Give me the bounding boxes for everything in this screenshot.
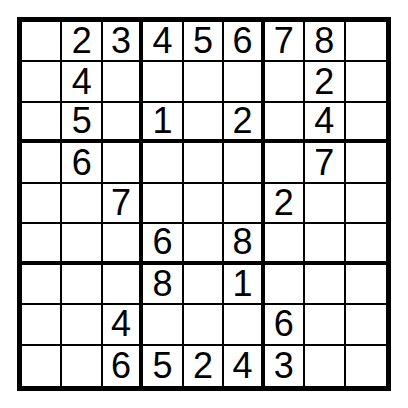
cell-r6c4[interactable]: 6 (143, 224, 183, 264)
cell-r2c9[interactable] (346, 62, 386, 102)
cell-r2c2[interactable]: 4 (62, 62, 102, 102)
cell-r4c1[interactable] (22, 143, 62, 183)
cell-r8c5[interactable] (184, 305, 224, 345)
cell-r8c9[interactable] (346, 305, 386, 345)
cell-r1c2[interactable]: 2 (62, 22, 102, 62)
cell-r7c4[interactable]: 8 (143, 265, 183, 305)
cell-r4c3[interactable] (103, 143, 143, 183)
cell-r6c7[interactable] (265, 224, 305, 264)
cell-r5c3[interactable]: 7 (103, 184, 143, 224)
cell-r9c7[interactable]: 3 (265, 346, 305, 386)
cell-r1c4[interactable]: 4 (143, 22, 183, 62)
cell-r4c9[interactable] (346, 143, 386, 183)
cell-r6c2[interactable] (62, 224, 102, 264)
cell-r6c6[interactable]: 8 (224, 224, 264, 264)
cell-r9c9[interactable] (346, 346, 386, 386)
cell-r3c7[interactable] (265, 103, 305, 143)
cell-r1c6[interactable]: 6 (224, 22, 264, 62)
cell-r5c2[interactable] (62, 184, 102, 224)
cell-r2c8[interactable]: 2 (305, 62, 345, 102)
cell-r2c7[interactable] (265, 62, 305, 102)
cell-r3c5[interactable] (184, 103, 224, 143)
cell-r3c9[interactable] (346, 103, 386, 143)
cell-r1c8[interactable]: 8 (305, 22, 345, 62)
cell-r6c1[interactable] (22, 224, 62, 264)
cell-r4c6[interactable] (224, 143, 264, 183)
cell-r9c5[interactable]: 2 (184, 346, 224, 386)
cell-r6c5[interactable] (184, 224, 224, 264)
page: 2345678425124677268814665243 (0, 0, 408, 408)
cell-r6c9[interactable] (346, 224, 386, 264)
cell-r5c1[interactable] (22, 184, 62, 224)
cell-r1c9[interactable] (346, 22, 386, 62)
cell-r4c8[interactable]: 7 (305, 143, 345, 183)
sudoku-board: 2345678425124677268814665243 (17, 17, 391, 391)
cell-r7c7[interactable] (265, 265, 305, 305)
cell-r2c4[interactable] (143, 62, 183, 102)
cell-r7c6[interactable]: 1 (224, 265, 264, 305)
cell-r9c4[interactable]: 5 (143, 346, 183, 386)
cell-r5c8[interactable] (305, 184, 345, 224)
cell-r9c1[interactable] (22, 346, 62, 386)
cell-r3c2[interactable]: 5 (62, 103, 102, 143)
cell-r7c5[interactable] (184, 265, 224, 305)
cell-r8c3[interactable]: 4 (103, 305, 143, 345)
cell-r1c7[interactable]: 7 (265, 22, 305, 62)
cell-r8c2[interactable] (62, 305, 102, 345)
cell-r1c5[interactable]: 5 (184, 22, 224, 62)
cell-r5c9[interactable] (346, 184, 386, 224)
cell-r9c3[interactable]: 6 (103, 346, 143, 386)
cell-r2c5[interactable] (184, 62, 224, 102)
cell-r7c9[interactable] (346, 265, 386, 305)
cell-r8c6[interactable] (224, 305, 264, 345)
cell-r5c5[interactable] (184, 184, 224, 224)
cell-r8c1[interactable] (22, 305, 62, 345)
cell-r7c3[interactable] (103, 265, 143, 305)
cell-r1c1[interactable] (22, 22, 62, 62)
cell-r3c1[interactable] (22, 103, 62, 143)
cell-r4c7[interactable] (265, 143, 305, 183)
cell-r7c1[interactable] (22, 265, 62, 305)
cell-r4c5[interactable] (184, 143, 224, 183)
cell-r9c2[interactable] (62, 346, 102, 386)
cell-r3c3[interactable] (103, 103, 143, 143)
cell-r7c8[interactable] (305, 265, 345, 305)
cell-r9c8[interactable] (305, 346, 345, 386)
cell-r4c2[interactable]: 6 (62, 143, 102, 183)
cell-r3c8[interactable]: 4 (305, 103, 345, 143)
cell-r2c3[interactable] (103, 62, 143, 102)
cell-r4c4[interactable] (143, 143, 183, 183)
cell-r6c8[interactable] (305, 224, 345, 264)
cell-r2c1[interactable] (22, 62, 62, 102)
cell-r6c3[interactable] (103, 224, 143, 264)
cell-r3c4[interactable]: 1 (143, 103, 183, 143)
cell-r3c6[interactable]: 2 (224, 103, 264, 143)
cell-r8c7[interactable]: 6 (265, 305, 305, 345)
cell-r8c4[interactable] (143, 305, 183, 345)
cell-r5c4[interactable] (143, 184, 183, 224)
cell-r8c8[interactable] (305, 305, 345, 345)
cell-r5c6[interactable] (224, 184, 264, 224)
cell-r1c3[interactable]: 3 (103, 22, 143, 62)
cell-r5c7[interactable]: 2 (265, 184, 305, 224)
cell-r9c6[interactable]: 4 (224, 346, 264, 386)
cell-r7c2[interactable] (62, 265, 102, 305)
cell-r2c6[interactable] (224, 62, 264, 102)
